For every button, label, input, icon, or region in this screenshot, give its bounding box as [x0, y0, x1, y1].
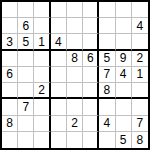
cell-r9c8: 5	[116, 132, 132, 148]
cell-r7c5[interactable]	[67, 99, 83, 115]
cell-r9c5[interactable]	[67, 132, 83, 148]
cell-r7c7[interactable]	[99, 99, 115, 115]
cell-r9c7[interactable]	[99, 132, 115, 148]
cell-r2c5[interactable]	[67, 18, 83, 34]
cell-r8c8[interactable]	[116, 116, 132, 132]
cell-r8c6[interactable]	[83, 116, 99, 132]
cell-r7c2: 7	[18, 99, 34, 115]
cell-r5c7: 7	[99, 67, 115, 83]
cell-r5c3[interactable]	[34, 67, 50, 83]
cell-r3c6[interactable]	[83, 34, 99, 50]
cell-r3c3: 1	[34, 34, 50, 50]
cell-r4c7: 5	[99, 51, 115, 67]
cell-r8c5: 2	[67, 116, 83, 132]
cell-r5c5[interactable]	[67, 67, 83, 83]
cell-r8c1: 8	[2, 116, 18, 132]
cell-r2c4[interactable]	[51, 18, 67, 34]
cell-r4c4[interactable]	[51, 51, 67, 67]
cell-r2c9: 4	[132, 18, 148, 34]
cell-r6c8[interactable]	[116, 83, 132, 99]
cell-r5c6[interactable]	[83, 67, 99, 83]
cell-r6c3: 2	[34, 83, 50, 99]
cell-r9c4[interactable]	[51, 132, 67, 148]
sudoku-board: 643514865926741287824758	[0, 0, 150, 150]
cell-r2c6[interactable]	[83, 18, 99, 34]
cell-r5c9: 1	[132, 67, 148, 83]
cell-r1c5[interactable]	[67, 2, 83, 18]
cell-r4c9: 2	[132, 51, 148, 67]
cell-r7c4[interactable]	[51, 99, 67, 115]
cell-r6c2[interactable]	[18, 83, 34, 99]
cell-r3c1: 3	[2, 34, 18, 50]
cell-r3c9[interactable]	[132, 34, 148, 50]
cell-r6c1[interactable]	[2, 83, 18, 99]
cell-r1c2[interactable]	[18, 2, 34, 18]
cell-r9c9: 8	[132, 132, 148, 148]
cell-r5c4[interactable]	[51, 67, 67, 83]
cell-r4c3[interactable]	[34, 51, 50, 67]
cell-r1c8[interactable]	[116, 2, 132, 18]
cell-r3c7[interactable]	[99, 34, 115, 50]
cell-r4c8: 9	[116, 51, 132, 67]
cell-r5c1: 6	[2, 67, 18, 83]
cell-r9c6[interactable]	[83, 132, 99, 148]
cell-r2c7[interactable]	[99, 18, 115, 34]
cell-r4c1[interactable]	[2, 51, 18, 67]
cell-r3c8[interactable]	[116, 34, 132, 50]
cell-r6c9[interactable]	[132, 83, 148, 99]
cell-r1c6[interactable]	[83, 2, 99, 18]
cell-r2c8[interactable]	[116, 18, 132, 34]
cell-r7c9[interactable]	[132, 99, 148, 115]
cell-r3c5[interactable]	[67, 34, 83, 50]
cell-r1c4[interactable]	[51, 2, 67, 18]
cell-r2c3[interactable]	[34, 18, 50, 34]
cell-r4c5: 8	[67, 51, 83, 67]
cell-r9c1[interactable]	[2, 132, 18, 148]
cell-r9c2[interactable]	[18, 132, 34, 148]
cell-r6c6[interactable]	[83, 83, 99, 99]
cell-r8c3[interactable]	[34, 116, 50, 132]
cell-r9c3[interactable]	[34, 132, 50, 148]
cell-r1c7[interactable]	[99, 2, 115, 18]
cell-r4c6: 6	[83, 51, 99, 67]
cell-r7c3[interactable]	[34, 99, 50, 115]
cell-r2c2: 6	[18, 18, 34, 34]
cell-r3c4: 4	[51, 34, 67, 50]
cell-r8c2[interactable]	[18, 116, 34, 132]
cell-r7c8[interactable]	[116, 99, 132, 115]
cell-r1c9[interactable]	[132, 2, 148, 18]
cell-r8c4[interactable]	[51, 116, 67, 132]
cell-r1c3[interactable]	[34, 2, 50, 18]
cell-r1c1[interactable]	[2, 2, 18, 18]
cell-r7c6[interactable]	[83, 99, 99, 115]
cell-r7c1[interactable]	[2, 99, 18, 115]
cell-r8c9: 7	[132, 116, 148, 132]
cell-r6c7: 8	[99, 83, 115, 99]
cell-r2c1[interactable]	[2, 18, 18, 34]
cell-r5c8: 4	[116, 67, 132, 83]
cell-r5c2[interactable]	[18, 67, 34, 83]
cell-r6c4[interactable]	[51, 83, 67, 99]
cell-r8c7: 4	[99, 116, 115, 132]
cell-r6c5[interactable]	[67, 83, 83, 99]
cell-r3c2: 5	[18, 34, 34, 50]
cell-r4c2[interactable]	[18, 51, 34, 67]
